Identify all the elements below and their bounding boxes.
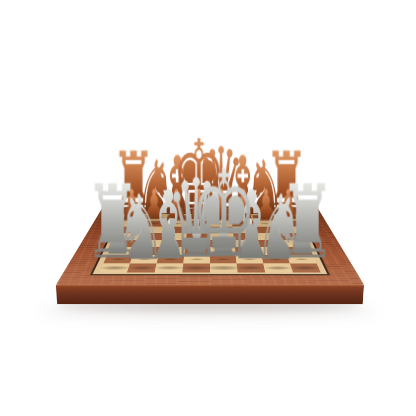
scene: ♜♞♝♚♛♝♞♜♟♟♟♟♟♟♟♟♟♟♟♟♟♟♟♟♜♞♝♛♚♝♞♜ <box>0 0 416 416</box>
board-maple-frame: ♜♞♝♚♛♝♞♜♟♟♟♟♟♟♟♟♟♟♟♟♟♟♟♟♜♞♝♛♚♝♞♜ <box>90 214 330 275</box>
piece-silver-king: ♚ <box>190 154 257 275</box>
square-h1: ♜ <box>290 263 321 272</box>
square-a1: ♜ <box>99 263 130 272</box>
board-front-edge <box>56 285 364 304</box>
chess-board: ♜♞♝♚♛♝♞♜♟♟♟♟♟♟♟♟♟♟♟♟♟♟♟♟♜♞♝♛♚♝♞♜ <box>56 208 364 285</box>
product-photo: ♜♞♝♚♛♝♞♜♟♟♟♟♟♟♟♟♟♟♟♟♟♟♟♟♜♞♝♛♚♝♞♜ <box>0 0 416 416</box>
piece-silver-rook: ♜ <box>84 172 141 274</box>
piece-silver-rook: ♜ <box>279 172 336 274</box>
playing-area: ♜♞♝♚♛♝♞♜♟♟♟♟♟♟♟♟♟♟♟♟♟♟♟♟♜♞♝♛♚♝♞♜ <box>99 215 320 272</box>
square-e1: ♚ <box>210 263 238 272</box>
